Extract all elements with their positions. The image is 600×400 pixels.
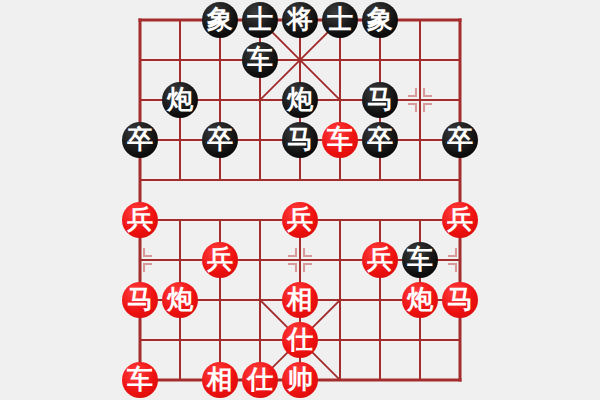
piece-black-advisor[interactable]: 士: [322, 2, 358, 38]
piece-black-pawn[interactable]: 卒: [442, 122, 478, 158]
piece-red-cannon[interactable]: 炮: [402, 282, 438, 318]
piece-black-cannon[interactable]: 炮: [282, 82, 318, 118]
piece-red-pawn[interactable]: 兵: [282, 202, 318, 238]
piece-red-pawn[interactable]: 兵: [122, 202, 158, 238]
piece-red-rook[interactable]: 车: [322, 122, 358, 158]
piece-black-knight[interactable]: 马: [362, 82, 398, 118]
piece-red-elephant[interactable]: 相: [202, 362, 238, 398]
piece-red-cannon[interactable]: 炮: [162, 282, 198, 318]
pieces-layer: 象士将士象车炮炮马卒卒马车卒卒兵兵兵兵兵车马炮相炮马仕车相仕帅: [0, 0, 600, 400]
piece-black-knight[interactable]: 马: [282, 122, 318, 158]
piece-red-pawn[interactable]: 兵: [442, 202, 478, 238]
piece-red-king[interactable]: 帅: [282, 362, 318, 398]
piece-red-knight[interactable]: 马: [122, 282, 158, 318]
piece-black-rook[interactable]: 车: [242, 42, 278, 78]
piece-black-pawn[interactable]: 卒: [202, 122, 238, 158]
piece-black-king[interactable]: 将: [282, 2, 318, 38]
piece-red-pawn[interactable]: 兵: [362, 242, 398, 278]
xiangqi-board: 象士将士象车炮炮马卒卒马车卒卒兵兵兵兵兵车马炮相炮马仕车相仕帅: [0, 0, 600, 400]
piece-red-elephant[interactable]: 相: [282, 282, 318, 318]
piece-red-knight[interactable]: 马: [442, 282, 478, 318]
piece-black-advisor[interactable]: 士: [242, 2, 278, 38]
piece-red-pawn[interactable]: 兵: [202, 242, 238, 278]
piece-black-pawn[interactable]: 卒: [122, 122, 158, 158]
piece-black-pawn[interactable]: 卒: [362, 122, 398, 158]
piece-black-elephant[interactable]: 象: [202, 2, 238, 38]
piece-black-elephant[interactable]: 象: [362, 2, 398, 38]
piece-black-rook[interactable]: 车: [402, 242, 438, 278]
piece-red-advisor[interactable]: 仕: [242, 362, 278, 398]
piece-red-rook[interactable]: 车: [122, 362, 158, 398]
piece-black-cannon[interactable]: 炮: [162, 82, 198, 118]
piece-red-advisor[interactable]: 仕: [282, 322, 318, 358]
